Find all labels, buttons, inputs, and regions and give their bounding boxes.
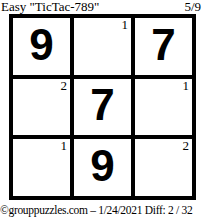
cell-r0c2[interactable]: 7	[135, 18, 192, 75]
cell-value: 9	[29, 23, 53, 70]
puzzle-title: Easy "TicTac-789"	[1, 0, 99, 14]
cell-r2c1[interactable]: 9	[74, 139, 131, 196]
cell-value: 9	[90, 144, 114, 191]
corner-clue: 1	[183, 79, 190, 93]
cell-r2c0[interactable]: 1	[13, 139, 70, 196]
corner-clue: 2	[61, 79, 68, 93]
cell-r1c1[interactable]: 7	[74, 79, 131, 136]
page-indicator: 5/9	[184, 0, 201, 14]
cell-r1c2[interactable]: 1	[135, 79, 192, 136]
tictac-board: 9 1 7 2 7 1 1 9 2	[9, 14, 196, 200]
cell-r0c1[interactable]: 1	[74, 18, 131, 75]
corner-clue: 1	[61, 139, 68, 153]
cell-value: 7	[151, 23, 175, 70]
cell-value: 7	[90, 83, 114, 130]
puzzle-page: Easy "TicTac-789" 5/9 9 1 7 2 7 1 1	[0, 0, 202, 221]
cell-r0c0[interactable]: 9	[13, 18, 70, 75]
puzzle-header: Easy "TicTac-789" 5/9	[0, 0, 202, 14]
cell-r1c0[interactable]: 2	[13, 79, 70, 136]
corner-clue: 1	[122, 18, 129, 32]
cell-r2c2[interactable]: 2	[135, 139, 192, 196]
corner-clue: 2	[183, 139, 190, 153]
copyright-footer: ©grouppuzzles.com – 1/24/2021 Diff: 2 / …	[0, 203, 202, 218]
